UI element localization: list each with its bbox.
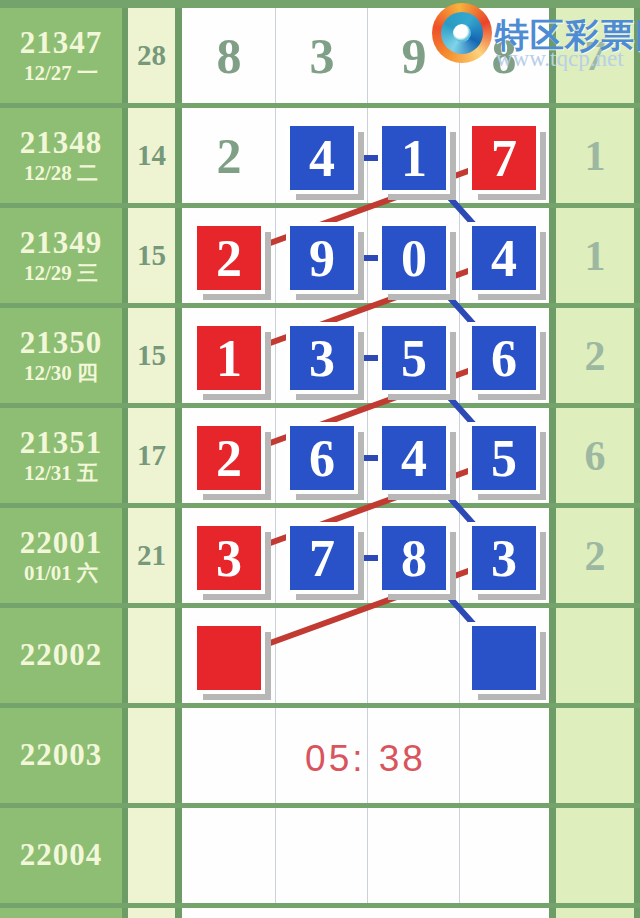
blue-square: 7 [286,522,358,594]
tail-value: 1 [556,208,634,303]
issue-label: 21351 [20,425,103,462]
tail-value: 1 [556,108,634,203]
issue-label: 22002 [20,637,103,674]
red-square: 1 [193,322,265,394]
blue-square [468,622,540,694]
digit-plain: 2 [182,108,276,203]
lottery-trend-board: 05: 38 特区彩票网 www.tqcp.net 2134712/27 一28… [0,0,640,918]
blue-square: 4 [468,222,540,294]
issue-label: 21348 [20,125,103,162]
red-square [193,622,265,694]
site-watermark: www.tqcp.net [496,46,624,72]
blue-square: 4 [286,122,358,194]
blue-square: 8 [378,522,450,594]
tail-value: 6 [556,408,634,503]
sum-value: 14 [128,108,175,203]
sum-value: 15 [128,308,175,403]
issue-cell: 22003 [0,708,122,803]
sum-value: 21 [128,508,175,603]
issue-cell: 2135012/30 四 [0,308,122,403]
red-square: 3 [193,522,265,594]
issue-cell: 2134812/28 二 [0,108,122,203]
sum-value: 28 [128,8,175,103]
digit-plain: 8 [182,8,276,103]
issue-cell: 2134712/27 一 [0,8,122,103]
date-label: 12/30 四 [24,361,98,386]
blue-square: 4 [378,422,450,494]
issue-label: 21350 [20,325,103,362]
swirl-logo-icon[interactable] [432,3,492,63]
digit-plain: 3 [275,8,369,103]
issue-label: 21347 [20,25,103,62]
date-label: 12/27 一 [24,61,98,86]
blue-square: 5 [378,322,450,394]
tail-value: 2 [556,308,634,403]
blue-square: 3 [286,322,358,394]
blue-square: 5 [468,422,540,494]
sum-value: 15 [128,208,175,303]
blue-square: 9 [286,222,358,294]
date-label: 01/01 六 [24,561,98,586]
issue-label: 22004 [20,837,103,874]
issue-cell: 2200101/01 六 [0,508,122,603]
blue-square: 0 [378,222,450,294]
red-square: 2 [193,222,265,294]
issue-cell: 22004 [0,808,122,903]
issue-cell: 2134912/29 三 [0,208,122,303]
draw-countdown: 05: 38 [182,738,549,780]
red-square: 2 [193,422,265,494]
blue-square: 3 [468,522,540,594]
red-square: 7 [468,122,540,194]
blue-square: 6 [286,422,358,494]
issue-label: 21349 [20,225,103,262]
blue-square: 1 [378,122,450,194]
date-label: 12/29 三 [24,261,98,286]
issue-label: 22003 [20,737,103,774]
date-label: 12/28 二 [24,161,98,186]
sum-value: 17 [128,408,175,503]
issue-label: 22001 [20,525,103,562]
date-label: 12/31 五 [24,461,98,486]
tail-value: 2 [556,508,634,603]
issue-cell: 2135112/31 五 [0,408,122,503]
blue-square: 6 [468,322,540,394]
issue-cell: 22002 [0,608,122,703]
